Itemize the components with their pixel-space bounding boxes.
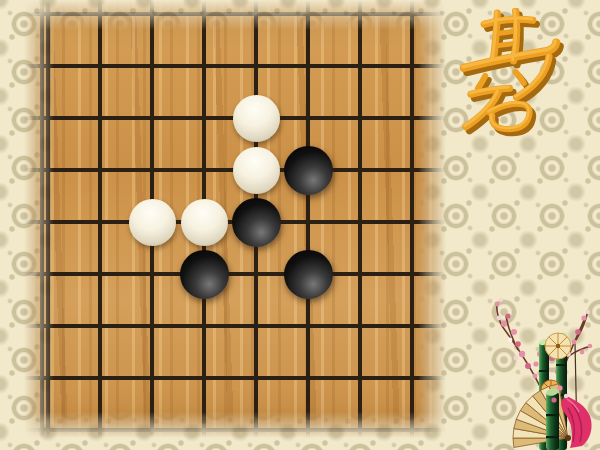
go-stone-black: [284, 250, 333, 299]
go-stone-white: [233, 147, 280, 194]
go-stone-black: [232, 198, 281, 247]
ikebana-decoration: [488, 288, 600, 450]
ikebana-art: [488, 288, 600, 450]
go-stone-white: [233, 95, 280, 142]
go-stone-white: [181, 199, 228, 246]
go-kanji-calligraphy-art: [450, 8, 570, 140]
go-kanji-title: 碁: [450, 8, 570, 140]
go-stone-white: [129, 199, 176, 246]
go-stone-black: [180, 250, 229, 299]
go-game-screenshot: { "game": "go", "app": { "title_glyph": …: [0, 0, 600, 450]
go-board[interactable]: [24, 0, 446, 438]
bamboo-stalk-front: [545, 387, 559, 450]
go-stone-black: [284, 146, 333, 195]
go-board-fade: [24, 0, 446, 438]
